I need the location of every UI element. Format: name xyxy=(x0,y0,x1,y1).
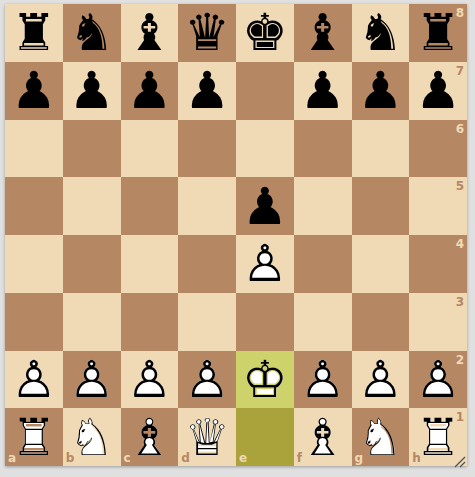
square-g6[interactable] xyxy=(352,120,410,178)
square-g3[interactable] xyxy=(352,293,410,351)
square-h7[interactable]: ♟7 xyxy=(409,62,467,120)
piece-black-knight[interactable]: ♞ xyxy=(63,4,121,62)
square-e2[interactable]: ♚♔ xyxy=(236,351,294,409)
square-d4[interactable] xyxy=(178,235,236,293)
square-g2[interactable]: ♟♙ xyxy=(352,351,410,409)
piece-black-bishop[interactable]: ♝ xyxy=(121,4,179,62)
square-e5[interactable]: ♟ xyxy=(236,177,294,235)
square-d8[interactable]: ♛ xyxy=(178,4,236,62)
square-e3[interactable] xyxy=(236,293,294,351)
square-f6[interactable] xyxy=(294,120,352,178)
square-b3[interactable] xyxy=(63,293,121,351)
square-f3[interactable] xyxy=(294,293,352,351)
square-h3[interactable]: 3 xyxy=(409,293,467,351)
square-h1[interactable]: ♜♖h1 xyxy=(409,408,467,466)
piece-black-pawn[interactable]: ♟ xyxy=(409,62,467,120)
square-a8[interactable]: ♜ xyxy=(5,4,63,62)
square-b2[interactable]: ♟♙ xyxy=(63,351,121,409)
square-h5[interactable]: 5 xyxy=(409,177,467,235)
square-g8[interactable]: ♞ xyxy=(352,4,410,62)
piece-white-pawn[interactable]: ♟♙ xyxy=(294,351,352,409)
square-a7[interactable]: ♟ xyxy=(5,62,63,120)
piece-black-rook[interactable]: ♜ xyxy=(5,4,63,62)
square-b7[interactable]: ♟ xyxy=(63,62,121,120)
rank-label-5: 5 xyxy=(456,180,464,192)
piece-black-rook[interactable]: ♜ xyxy=(409,4,467,62)
piece-black-bishop[interactable]: ♝ xyxy=(294,4,352,62)
square-e6[interactable] xyxy=(236,120,294,178)
rank-label-6: 6 xyxy=(456,123,464,135)
piece-black-queen[interactable]: ♛ xyxy=(178,4,236,62)
square-d5[interactable] xyxy=(178,177,236,235)
square-a2[interactable]: ♟♙ xyxy=(5,351,63,409)
piece-white-pawn[interactable]: ♟♙ xyxy=(121,351,179,409)
square-h4[interactable]: 4 xyxy=(409,235,467,293)
piece-white-pawn[interactable]: ♟♙ xyxy=(409,351,467,409)
square-b4[interactable] xyxy=(63,235,121,293)
piece-white-pawn[interactable]: ♟♙ xyxy=(178,351,236,409)
piece-black-pawn[interactable]: ♟ xyxy=(121,62,179,120)
square-c4[interactable] xyxy=(121,235,179,293)
square-h2[interactable]: ♟♙2 xyxy=(409,351,467,409)
square-b5[interactable] xyxy=(63,177,121,235)
square-a1[interactable]: ♜♖a xyxy=(5,408,63,466)
square-g4[interactable] xyxy=(352,235,410,293)
piece-black-pawn[interactable]: ♟ xyxy=(352,62,410,120)
square-a6[interactable] xyxy=(5,120,63,178)
chess-board: ♜♞♝♛♚♝♞♜8♟♟♟♟♟♟♟76♟5♟♙43♟♙♟♙♟♙♟♙♚♔♟♙♟♙♟♙… xyxy=(5,4,467,466)
square-c3[interactable] xyxy=(121,293,179,351)
square-a3[interactable] xyxy=(5,293,63,351)
piece-white-pawn[interactable]: ♟♙ xyxy=(352,351,410,409)
square-c1[interactable]: ♝♗c xyxy=(121,408,179,466)
square-d6[interactable] xyxy=(178,120,236,178)
square-g1[interactable]: ♞♘g xyxy=(352,408,410,466)
square-b1[interactable]: ♞♘b xyxy=(63,408,121,466)
square-c6[interactable] xyxy=(121,120,179,178)
piece-white-pawn[interactable]: ♟♙ xyxy=(5,351,63,409)
square-d3[interactable] xyxy=(178,293,236,351)
piece-black-knight[interactable]: ♞ xyxy=(352,4,410,62)
rank-label-3: 3 xyxy=(456,296,464,308)
square-e4[interactable]: ♟♙ xyxy=(236,235,294,293)
square-d7[interactable]: ♟ xyxy=(178,62,236,120)
piece-white-knight[interactable]: ♞♘ xyxy=(352,408,410,466)
square-e7[interactable] xyxy=(236,62,294,120)
piece-black-pawn[interactable]: ♟ xyxy=(294,62,352,120)
square-c2[interactable]: ♟♙ xyxy=(121,351,179,409)
rank-label-4: 4 xyxy=(456,238,464,250)
square-h6[interactable]: 6 xyxy=(409,120,467,178)
piece-white-knight[interactable]: ♞♘ xyxy=(63,408,121,466)
piece-white-bishop[interactable]: ♝♗ xyxy=(294,408,352,466)
square-e8[interactable]: ♚ xyxy=(236,4,294,62)
square-d1[interactable]: ♛♕d xyxy=(178,408,236,466)
square-f5[interactable] xyxy=(294,177,352,235)
piece-white-pawn[interactable]: ♟♙ xyxy=(236,235,294,293)
square-g7[interactable]: ♟ xyxy=(352,62,410,120)
square-f8[interactable]: ♝ xyxy=(294,4,352,62)
square-b6[interactable] xyxy=(63,120,121,178)
square-c7[interactable]: ♟ xyxy=(121,62,179,120)
square-d2[interactable]: ♟♙ xyxy=(178,351,236,409)
square-f7[interactable]: ♟ xyxy=(294,62,352,120)
board-resize-handle-icon[interactable] xyxy=(454,453,466,465)
piece-white-rook[interactable]: ♜♖ xyxy=(5,408,63,466)
piece-white-queen[interactable]: ♛♕ xyxy=(178,408,236,466)
file-label-e: e xyxy=(239,452,247,464)
square-a4[interactable] xyxy=(5,235,63,293)
piece-black-pawn[interactable]: ♟ xyxy=(5,62,63,120)
piece-black-pawn[interactable]: ♟ xyxy=(236,177,294,235)
piece-black-king[interactable]: ♚ xyxy=(236,4,294,62)
square-b8[interactable]: ♞ xyxy=(63,4,121,62)
square-h8[interactable]: ♜8 xyxy=(409,4,467,62)
square-a5[interactable] xyxy=(5,177,63,235)
square-e1[interactable]: e xyxy=(236,408,294,466)
square-g5[interactable] xyxy=(352,177,410,235)
piece-white-bishop[interactable]: ♝♗ xyxy=(121,408,179,466)
piece-white-pawn[interactable]: ♟♙ xyxy=(63,351,121,409)
piece-white-king[interactable]: ♚♔ xyxy=(236,351,294,409)
chess-board-container: ♜♞♝♛♚♝♞♜8♟♟♟♟♟♟♟76♟5♟♙43♟♙♟♙♟♙♟♙♚♔♟♙♟♙♟♙… xyxy=(5,4,467,466)
square-f2[interactable]: ♟♙ xyxy=(294,351,352,409)
square-c8[interactable]: ♝ xyxy=(121,4,179,62)
square-c5[interactable] xyxy=(121,177,179,235)
square-f4[interactable] xyxy=(294,235,352,293)
square-f1[interactable]: ♝♗f xyxy=(294,408,352,466)
piece-black-pawn[interactable]: ♟ xyxy=(63,62,121,120)
piece-black-pawn[interactable]: ♟ xyxy=(178,62,236,120)
